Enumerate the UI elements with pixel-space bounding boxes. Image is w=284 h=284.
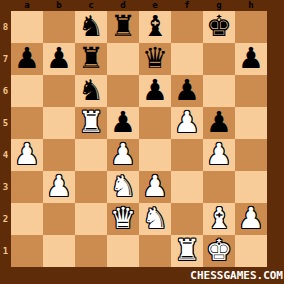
black-pawn-piece: ♟: [110, 108, 136, 137]
square-g8[interactable]: ♚: [203, 11, 235, 43]
square-g2[interactable]: ♝: [203, 203, 235, 235]
file-label-c: c: [75, 0, 107, 11]
white-king-piece: ♚: [206, 236, 232, 265]
square-c7[interactable]: ♜: [75, 43, 107, 75]
square-c6[interactable]: ♞: [75, 75, 107, 107]
square-b7[interactable]: ♟: [43, 43, 75, 75]
square-f2[interactable]: [171, 203, 203, 235]
black-rook-piece: ♜: [110, 12, 136, 41]
square-h3[interactable]: [235, 171, 267, 203]
white-pawn-piece: ♟: [238, 204, 264, 233]
square-g5[interactable]: ♟: [203, 107, 235, 139]
square-e1[interactable]: [139, 235, 171, 267]
square-g4[interactable]: ♟: [203, 139, 235, 171]
white-pawn-piece: ♟: [14, 140, 40, 169]
black-pawn-piece: ♟: [46, 44, 72, 73]
square-d5[interactable]: ♟: [107, 107, 139, 139]
white-pawn-piece: ♟: [46, 172, 72, 201]
rank-label-7: 7: [0, 43, 11, 75]
square-g3[interactable]: [203, 171, 235, 203]
square-c2[interactable]: [75, 203, 107, 235]
square-h1[interactable]: [235, 235, 267, 267]
chessboard: ♞♜♝♚♟♟♜♛♟♞♟♟♜♟♟♟♟♟♟♟♞♟♛♞♝♟♜♚: [11, 11, 267, 267]
black-king-piece: ♚: [206, 12, 232, 41]
square-f4[interactable]: [171, 139, 203, 171]
white-bishop-piece: ♝: [206, 204, 232, 233]
square-e7[interactable]: ♛: [139, 43, 171, 75]
chess-diagram: abcdefgh 87654321 ♞♜♝♚♟♟♜♛♟♞♟♟♜♟♟♟♟♟♟♟♞♟…: [0, 0, 284, 284]
black-pawn-piece: ♟: [238, 44, 264, 73]
white-pawn-piece: ♟: [110, 140, 136, 169]
file-label-a: a: [11, 0, 43, 11]
rank-label-4: 4: [0, 139, 11, 171]
square-f1[interactable]: ♜: [171, 235, 203, 267]
file-label-f: f: [171, 0, 203, 11]
square-e3[interactable]: ♟: [139, 171, 171, 203]
white-rook-piece: ♜: [78, 108, 104, 137]
black-bishop-piece: ♝: [142, 12, 168, 41]
white-queen-piece: ♛: [110, 204, 136, 233]
square-c5[interactable]: ♜: [75, 107, 107, 139]
rank-label-6: 6: [0, 75, 11, 107]
file-label-d: d: [107, 0, 139, 11]
square-h7[interactable]: ♟: [235, 43, 267, 75]
square-d6[interactable]: [107, 75, 139, 107]
square-e5[interactable]: [139, 107, 171, 139]
square-d8[interactable]: ♜: [107, 11, 139, 43]
square-h6[interactable]: [235, 75, 267, 107]
black-knight-piece: ♞: [78, 12, 104, 41]
square-a2[interactable]: [11, 203, 43, 235]
white-knight-piece: ♞: [142, 204, 168, 233]
square-e8[interactable]: ♝: [139, 11, 171, 43]
square-a3[interactable]: [11, 171, 43, 203]
rank-label-5: 5: [0, 107, 11, 139]
black-knight-piece: ♞: [78, 76, 104, 105]
square-d4[interactable]: ♟: [107, 139, 139, 171]
square-d1[interactable]: [107, 235, 139, 267]
square-f6[interactable]: ♟: [171, 75, 203, 107]
square-b6[interactable]: [43, 75, 75, 107]
black-pawn-piece: ♟: [206, 108, 232, 137]
square-c1[interactable]: [75, 235, 107, 267]
square-e6[interactable]: ♟: [139, 75, 171, 107]
black-pawn-piece: ♟: [14, 44, 40, 73]
file-label-e: e: [139, 0, 171, 11]
square-d2[interactable]: ♛: [107, 203, 139, 235]
white-knight-piece: ♞: [110, 172, 136, 201]
square-c8[interactable]: ♞: [75, 11, 107, 43]
square-a6[interactable]: [11, 75, 43, 107]
square-e4[interactable]: [139, 139, 171, 171]
black-rook-piece: ♜: [78, 44, 104, 73]
square-a1[interactable]: [11, 235, 43, 267]
white-pawn-piece: ♟: [142, 172, 168, 201]
square-c4[interactable]: [75, 139, 107, 171]
square-f3[interactable]: [171, 171, 203, 203]
square-a4[interactable]: ♟: [11, 139, 43, 171]
square-f7[interactable]: [171, 43, 203, 75]
white-rook-piece: ♜: [174, 236, 200, 265]
square-h4[interactable]: [235, 139, 267, 171]
rank-label-1: 1: [0, 235, 11, 267]
file-label-g: g: [203, 0, 235, 11]
square-b3[interactable]: ♟: [43, 171, 75, 203]
square-g7[interactable]: [203, 43, 235, 75]
square-c3[interactable]: [75, 171, 107, 203]
square-h8[interactable]: [235, 11, 267, 43]
square-f8[interactable]: [171, 11, 203, 43]
black-pawn-piece: ♟: [142, 76, 168, 105]
square-b5[interactable]: [43, 107, 75, 139]
square-b4[interactable]: [43, 139, 75, 171]
file-label-h: h: [235, 0, 267, 11]
square-g6[interactable]: [203, 75, 235, 107]
square-h5[interactable]: [235, 107, 267, 139]
square-h2[interactable]: ♟: [235, 203, 267, 235]
rank-label-2: 2: [0, 203, 11, 235]
white-pawn-piece: ♟: [174, 108, 200, 137]
square-b8[interactable]: [43, 11, 75, 43]
rank-label-8: 8: [0, 11, 11, 43]
black-queen-piece: ♛: [142, 44, 168, 73]
square-a8[interactable]: [11, 11, 43, 43]
rank-label-3: 3: [0, 171, 11, 203]
square-e2[interactable]: ♞: [139, 203, 171, 235]
square-a5[interactable]: [11, 107, 43, 139]
white-pawn-piece: ♟: [206, 140, 232, 169]
watermark: CHESSGAMES.COM: [190, 269, 283, 282]
black-pawn-piece: ♟: [174, 76, 200, 105]
square-g1[interactable]: ♚: [203, 235, 235, 267]
square-f5[interactable]: ♟: [171, 107, 203, 139]
square-d7[interactable]: [107, 43, 139, 75]
square-b1[interactable]: [43, 235, 75, 267]
square-a7[interactable]: ♟: [11, 43, 43, 75]
square-d3[interactable]: ♞: [107, 171, 139, 203]
file-label-b: b: [43, 0, 75, 11]
square-b2[interactable]: [43, 203, 75, 235]
